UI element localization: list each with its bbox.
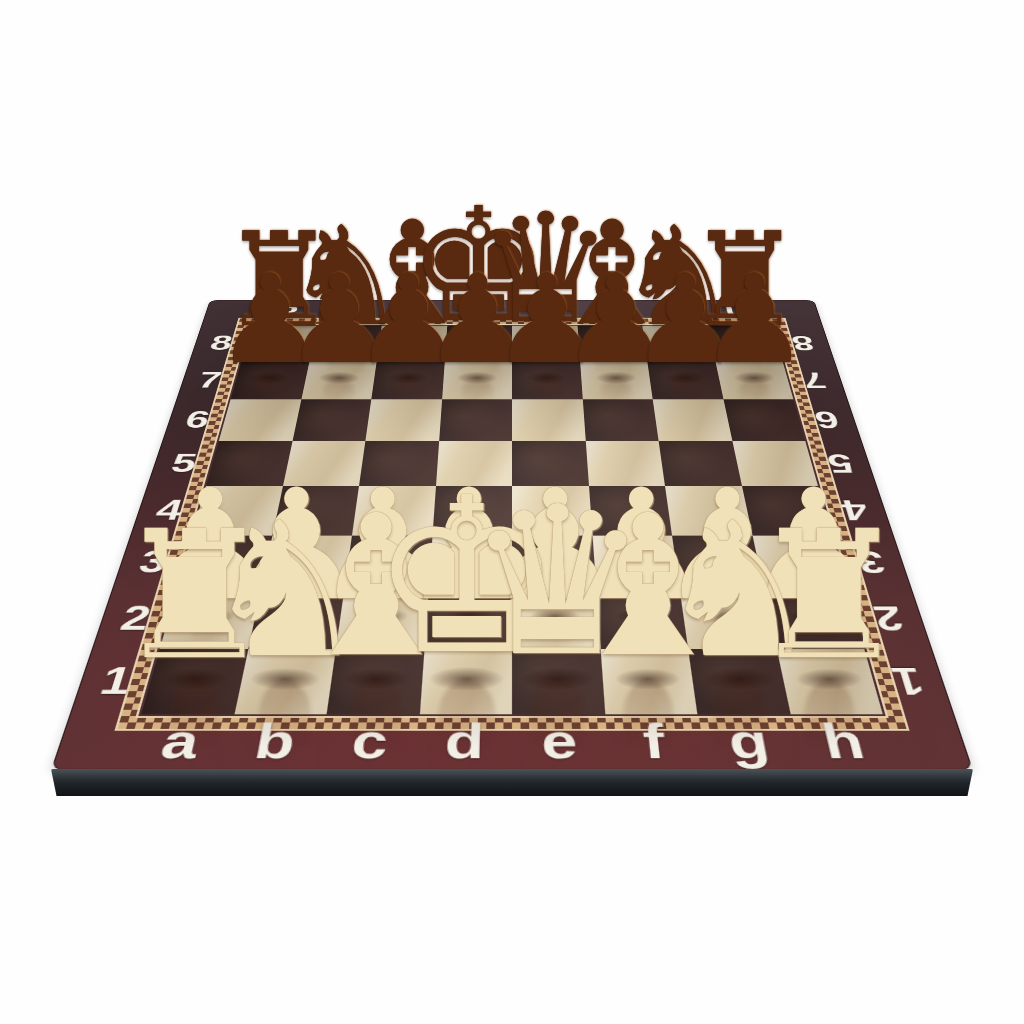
piece-black-pawn-h7[interactable]: ♟ [699, 260, 809, 383]
piece-white-rook-h1[interactable]: ♜ [750, 508, 909, 685]
piece-layer: ♜♞♝♚♛♝♞♜♟♟♟♟♟♟♟♟♟♟♟♟♟♟♟♟♜♞♝♚♛♝♞♜ [0, 0, 1024, 1024]
